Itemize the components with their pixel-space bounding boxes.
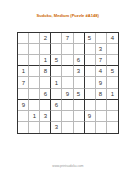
sudoku-cell: [74, 111, 85, 122]
sudoku-cell: 4: [107, 33, 118, 44]
sudoku-cell: [18, 89, 29, 100]
sudoku-cell: [74, 77, 85, 88]
sudoku-cell: [18, 44, 29, 55]
sudoku-cell: 1: [18, 66, 29, 77]
sudoku-cell: [85, 77, 96, 88]
sudoku-cell: [18, 122, 29, 133]
sudoku-cell: 5: [107, 66, 118, 77]
sudoku-cell: 4: [96, 66, 107, 77]
sudoku-cell: [18, 55, 29, 66]
sudoku-cell: [107, 55, 118, 66]
sudoku-cell: [74, 100, 85, 111]
sudoku-cell: [51, 66, 62, 77]
sudoku-cell: 1: [51, 77, 62, 88]
sudoku-cell: 6: [51, 100, 62, 111]
sudoku-cell: 8: [40, 66, 51, 77]
sudoku-grid: 2754315671834571969581961393: [17, 32, 119, 134]
sudoku-cell: [18, 111, 29, 122]
cell-digit: 9: [88, 113, 91, 119]
sudoku-cell: [74, 33, 85, 44]
sudoku-cell: 6: [40, 89, 51, 100]
sudoku-cell: [107, 122, 118, 133]
cell-digit: 7: [21, 80, 24, 86]
cell-digit: 5: [55, 57, 58, 63]
sudoku-cell: [74, 122, 85, 133]
cell-digit: 7: [99, 57, 102, 63]
sudoku-cell: [107, 111, 118, 122]
sudoku-cell: [62, 44, 73, 55]
sudoku-cell: [29, 44, 40, 55]
sudoku-cell: [18, 33, 29, 44]
cell-digit: 7: [66, 35, 69, 41]
cell-digit: 4: [111, 35, 114, 41]
sudoku-cell: [74, 44, 85, 55]
cell-digit: 5: [111, 68, 114, 74]
footer-url: www.printsudoku.com: [52, 164, 83, 168]
sudoku-cell: [62, 100, 73, 111]
sudoku-cell: 7: [96, 55, 107, 66]
cell-digit: 5: [88, 35, 91, 41]
sudoku-cell: 1: [29, 111, 40, 122]
sudoku-cell: 8: [96, 89, 107, 100]
sudoku-cell: [29, 100, 40, 111]
sudoku-cell: [96, 122, 107, 133]
cell-digit: 1: [32, 113, 35, 119]
page-footer: www.printsudoku.com: [0, 161, 136, 171]
sudoku-cell: [40, 77, 51, 88]
sudoku-cell: 1: [107, 89, 118, 100]
sudoku-cell: [51, 89, 62, 100]
sudoku-cell: 3: [51, 122, 62, 133]
sudoku-cell: [51, 33, 62, 44]
sudoku-cell: [29, 55, 40, 66]
sudoku-cell: [62, 66, 73, 77]
sudoku-cell: [40, 44, 51, 55]
sudoku-cell: 2: [40, 33, 51, 44]
page-header: Sudoku, Medium (Puzzle #A148): [0, 10, 136, 22]
sudoku-cell: [85, 66, 96, 77]
sudoku-cell: [40, 100, 51, 111]
sudoku-cell: [29, 77, 40, 88]
sudoku-cell: 9: [96, 77, 107, 88]
sudoku-cell: [107, 77, 118, 88]
sudoku-cell: [62, 122, 73, 133]
cell-digit: 9: [21, 102, 24, 108]
sudoku-cell: [29, 122, 40, 133]
sudoku-cell: [62, 77, 73, 88]
sudoku-cell: [85, 44, 96, 55]
cell-digit: 2: [44, 35, 47, 41]
sudoku-cell: [29, 33, 40, 44]
sudoku-cell: [96, 33, 107, 44]
sudoku-cell: [62, 111, 73, 122]
cell-digit: 6: [77, 57, 80, 63]
cell-digit: 4: [99, 68, 102, 74]
sudoku-cell: 5: [74, 89, 85, 100]
sudoku-cell: 7: [18, 77, 29, 88]
sudoku-cell: 1: [40, 55, 51, 66]
cell-digit: 3: [99, 46, 102, 52]
sudoku-cell: [29, 66, 40, 77]
cell-digit: 9: [99, 80, 102, 86]
cell-digit: 3: [55, 124, 58, 130]
sudoku-cell: 9: [62, 89, 73, 100]
cell-digit: 9: [66, 91, 69, 97]
sudoku-cell: [51, 44, 62, 55]
sudoku-cell: [85, 122, 96, 133]
sudoku-cell: [96, 111, 107, 122]
sudoku-cell: [62, 55, 73, 66]
sudoku-cell: 9: [18, 100, 29, 111]
sudoku-cell: [85, 100, 96, 111]
cell-digit: 6: [44, 91, 47, 97]
cell-digit: 8: [99, 91, 102, 97]
sudoku-cell: [107, 100, 118, 111]
cell-digit: 3: [77, 68, 80, 74]
sudoku-cell: 3: [74, 66, 85, 77]
sudoku-cell: [107, 44, 118, 55]
sudoku-cell: [51, 111, 62, 122]
page-title: Sudoku, Medium (Puzzle #A148): [37, 14, 99, 19]
cell-digit: 1: [21, 68, 24, 74]
cell-digit: 1: [111, 91, 114, 97]
sudoku-cell: 9: [85, 111, 96, 122]
cell-digit: 3: [44, 113, 47, 119]
sudoku-cell: 5: [85, 33, 96, 44]
sudoku-cell: [85, 89, 96, 100]
sudoku-page: Sudoku, Medium (Puzzle #A148) 2754315671…: [0, 0, 136, 176]
sudoku-cell: 3: [40, 111, 51, 122]
cell-digit: 8: [44, 68, 47, 74]
cell-digit: 1: [44, 57, 47, 63]
sudoku-cell: 6: [74, 55, 85, 66]
sudoku-cell: [85, 55, 96, 66]
cell-digit: 1: [55, 80, 58, 86]
sudoku-cell: 7: [62, 33, 73, 44]
sudoku-cell: [96, 100, 107, 111]
sudoku-cell: 5: [51, 55, 62, 66]
cell-digit: 5: [77, 91, 80, 97]
cell-digit: 6: [55, 102, 58, 108]
sudoku-cell: 3: [96, 44, 107, 55]
sudoku-cell: [29, 89, 40, 100]
sudoku-cell: [40, 122, 51, 133]
